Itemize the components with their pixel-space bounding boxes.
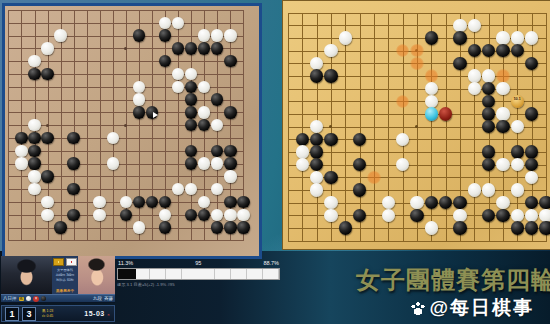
team-flags <box>53 258 77 266</box>
black-stone <box>133 29 146 42</box>
black-stone <box>525 57 538 70</box>
white-stone <box>324 196 337 209</box>
winrate-panel: 11.3% 95 88.7% 提示 3.1 目差=5(+2) -1.9% #95 <box>117 260 280 287</box>
grid-line <box>8 228 244 229</box>
ai-heat-spot <box>425 69 438 82</box>
black-stone <box>482 145 495 158</box>
black-stone <box>525 196 538 209</box>
black-stone <box>211 42 224 55</box>
white-stone <box>172 17 185 30</box>
black-stone <box>159 55 172 68</box>
white-stone <box>310 183 323 196</box>
black-stone <box>353 209 366 222</box>
white-stone <box>159 209 172 222</box>
white-stone <box>496 158 509 171</box>
black-stone <box>310 69 323 82</box>
white-stone <box>511 120 524 133</box>
white-stone <box>310 57 323 70</box>
white-stone <box>211 119 224 132</box>
black-stone <box>198 209 211 222</box>
black-stone <box>120 209 133 222</box>
black-stone <box>296 133 309 146</box>
black-stone <box>511 44 524 57</box>
white-stone <box>224 170 237 183</box>
first-move-badge: 先 <box>19 297 25 301</box>
black-stone <box>54 221 67 234</box>
black-stone <box>353 133 366 146</box>
info-line-3: 秒読み 60秒 <box>56 278 73 283</box>
white-stone <box>525 31 538 44</box>
black-stone <box>185 119 198 132</box>
white-stone <box>425 82 438 95</box>
white-stone <box>410 196 423 209</box>
white-stone <box>496 107 509 120</box>
black-stone <box>211 221 224 234</box>
ai-heat-spot <box>410 57 423 70</box>
white-stone <box>324 44 337 57</box>
player-name-right: 斉藤 <box>104 296 113 301</box>
black-stone <box>224 55 237 68</box>
white-stone <box>468 82 481 95</box>
player-photo-right <box>78 256 115 295</box>
grid-line <box>8 151 244 152</box>
black-stone <box>185 81 198 94</box>
black-stone <box>482 209 495 222</box>
black-stone <box>425 31 438 44</box>
white-stone <box>41 196 54 209</box>
black-stone <box>525 158 538 171</box>
white-stone <box>482 69 495 82</box>
white-stone <box>28 183 41 196</box>
black-stone <box>185 106 198 119</box>
black-stone <box>525 221 538 234</box>
white-stone <box>120 196 133 209</box>
white-stone <box>339 31 352 44</box>
go-board-right-analysis: 50.1 <box>282 0 550 250</box>
white-stone <box>482 183 495 196</box>
white-stone <box>539 209 550 222</box>
watermark-text: @每日棋事 <box>429 295 534 321</box>
black-stone <box>482 44 495 57</box>
white-stone <box>211 209 224 222</box>
white-stone <box>324 209 337 222</box>
black-stone <box>146 106 159 119</box>
black-stone <box>324 69 337 82</box>
black-stone <box>339 221 352 234</box>
black-stone <box>185 157 198 170</box>
ai-badge-label: 50.1 <box>511 97 524 101</box>
player-name-bar: 八日押 先 × 九段 斉藤 <box>1 294 115 303</box>
black-stone <box>146 196 159 209</box>
white-stone <box>133 93 146 106</box>
black-stone <box>468 44 481 57</box>
last-move-triangle-marker <box>153 112 158 118</box>
timer-line-black: 黒 1:23 <box>42 309 53 314</box>
white-stone <box>237 209 250 222</box>
capture-and-time-row: 1 3 黒 1:23 白 0:45 15-03 × <box>1 305 115 322</box>
white-stone <box>107 132 120 145</box>
white-stone <box>211 157 224 170</box>
player-photo-left <box>1 256 52 295</box>
black-stone <box>237 221 250 234</box>
black-stone <box>28 68 41 81</box>
white-stone <box>93 196 106 209</box>
white-stone <box>525 209 538 222</box>
white-stone <box>211 183 224 196</box>
white-stone <box>496 196 509 209</box>
white-stone <box>133 81 146 94</box>
white-stone <box>468 69 481 82</box>
black-stone <box>496 120 509 133</box>
black-stone <box>511 145 524 158</box>
go-board-left <box>2 3 262 259</box>
black-stone <box>133 196 146 209</box>
white-stone <box>41 209 54 222</box>
star-point <box>46 124 49 127</box>
white-stone <box>28 170 41 183</box>
white-stone <box>28 119 41 132</box>
white-stone <box>511 183 524 196</box>
captures-white-count: 1 <box>5 307 19 321</box>
white-stone <box>15 145 28 158</box>
white-stone <box>198 81 211 94</box>
white-stone <box>15 157 28 170</box>
white-stone <box>382 196 395 209</box>
black-stone <box>453 57 466 70</box>
black-stone <box>482 82 495 95</box>
white-stone <box>224 29 237 42</box>
white-stone <box>172 81 185 94</box>
white-stone <box>525 171 538 184</box>
white-stone <box>107 157 120 170</box>
white-stone <box>468 183 481 196</box>
black-stone <box>539 221 550 234</box>
black-stone <box>310 158 323 171</box>
white-stone <box>453 209 466 222</box>
grid-line <box>8 189 244 190</box>
black-stone <box>511 221 524 234</box>
timer-line-white: 白 0:45 <box>42 314 53 319</box>
white-stone <box>296 145 309 158</box>
white-stone <box>296 158 309 171</box>
black-stone <box>211 145 224 158</box>
black-stone <box>482 95 495 108</box>
white-stone <box>511 209 524 222</box>
black-stone <box>224 221 237 234</box>
white-stone <box>310 120 323 133</box>
event-title: 女子團體賽第四輪 <box>356 264 550 296</box>
player-name-left: 八日押 <box>3 296 17 301</box>
time-value: 15-03 <box>84 310 104 317</box>
black-stone <box>237 196 250 209</box>
black-stone <box>28 157 41 170</box>
white-stone <box>382 209 395 222</box>
black-stone <box>41 68 54 81</box>
black-stone <box>525 145 538 158</box>
white-stone <box>310 171 323 184</box>
captures-black-count: 3 <box>22 307 36 321</box>
black-stone <box>453 31 466 44</box>
black-stone <box>198 42 211 55</box>
flag-icon-left <box>53 258 64 266</box>
white-stone <box>224 209 237 222</box>
grid-line <box>288 228 547 229</box>
black-stone <box>133 106 146 119</box>
white-stone <box>198 157 211 170</box>
white-stone <box>511 158 524 171</box>
black-stone <box>453 221 466 234</box>
flag-icon-right <box>66 258 77 266</box>
paw-icon <box>410 300 426 316</box>
white-stone-icon <box>26 296 31 301</box>
star-point <box>124 47 127 50</box>
white-stone <box>185 68 198 81</box>
black-stone <box>67 132 80 145</box>
black-stone <box>67 157 80 170</box>
black-stone <box>224 196 237 209</box>
white-stone <box>159 17 172 30</box>
grid-line <box>288 152 547 153</box>
black-stone <box>159 196 172 209</box>
black-stone-icon <box>41 296 46 301</box>
black-stone <box>224 106 237 119</box>
move-number: 95 <box>195 260 201 266</box>
black-stone <box>353 183 366 196</box>
white-stone <box>172 68 185 81</box>
ai-heat-spot <box>410 44 423 57</box>
white-stone <box>54 29 67 42</box>
black-stone <box>185 93 198 106</box>
winrate-bar <box>117 268 280 280</box>
black-stone <box>496 44 509 57</box>
game-info-panel: 女子団体戦 持時間 3時間 秒読み 60秒 黒番思考中 <box>52 256 78 295</box>
clock-icon: × <box>33 296 39 302</box>
black-stone <box>28 132 41 145</box>
black-stone <box>159 29 172 42</box>
black-winrate: 11.3% <box>118 260 133 266</box>
white-stone <box>172 183 185 196</box>
main-time-display: 15-03 × <box>84 310 110 317</box>
white-stone <box>198 106 211 119</box>
black-stone <box>198 119 211 132</box>
black-stone <box>15 132 28 145</box>
black-stone <box>482 158 495 171</box>
white-stone <box>496 82 509 95</box>
white-stone <box>41 42 54 55</box>
black-stone <box>425 196 438 209</box>
white-stone <box>198 29 211 42</box>
white-stone <box>496 31 509 44</box>
black-stone <box>41 170 54 183</box>
black-stone <box>224 157 237 170</box>
black-stone <box>28 145 41 158</box>
black-stone <box>41 132 54 145</box>
white-stone <box>396 133 409 146</box>
winrate-bar-black-fill <box>118 269 136 279</box>
white-winrate: 88.7% <box>263 260 279 266</box>
turn-status-text: 黒番思考中 <box>56 289 74 293</box>
ai-heat-spot <box>396 95 409 108</box>
star-point <box>124 124 127 127</box>
black-stone <box>67 209 80 222</box>
time-flag-icon: × <box>107 312 110 317</box>
watermark: @每日棋事 <box>410 295 534 321</box>
analysis-caption: 提示 3.1 目差=5(+2) -1.9% #95 <box>117 282 280 287</box>
black-stone <box>310 145 323 158</box>
winrate-labels: 11.3% 95 88.7% <box>117 260 280 266</box>
white-stone <box>396 158 409 171</box>
black-stone <box>185 42 198 55</box>
timer-block: 黒 1:23 白 0:45 <box>42 309 53 319</box>
red-highlight-stone <box>439 107 452 120</box>
white-stone <box>468 19 481 32</box>
black-stone <box>324 171 337 184</box>
black-stone <box>211 93 224 106</box>
white-stone <box>185 183 198 196</box>
white-stone <box>425 95 438 108</box>
gold-ai-badge-stone: 50.1 <box>511 95 524 108</box>
ai-heat-spot <box>367 171 380 184</box>
black-stone <box>67 183 80 196</box>
cyan-highlight-stone <box>425 107 438 120</box>
black-stone <box>410 209 423 222</box>
grid-line <box>288 241 547 242</box>
broadcast-frame: 50.1 女子団体戦 持時間 3時間 秒読み 60秒 黒番思考中 八日押 先 ×… <box>0 0 550 324</box>
black-stone <box>185 209 198 222</box>
black-stone <box>539 196 550 209</box>
white-stone <box>453 19 466 32</box>
white-stone <box>425 221 438 234</box>
ai-heat-spot <box>496 69 509 82</box>
player-rank-right: 九段 <box>93 296 102 301</box>
grid-line <box>8 240 244 241</box>
black-stone <box>159 221 172 234</box>
black-stone <box>453 196 466 209</box>
black-stone <box>185 145 198 158</box>
ai-heat-spot <box>396 44 409 57</box>
white-stone <box>133 221 146 234</box>
black-stone <box>324 133 337 146</box>
white-stone <box>28 55 41 68</box>
black-stone <box>482 120 495 133</box>
black-stone <box>172 42 185 55</box>
black-stone <box>496 209 509 222</box>
black-stone <box>224 145 237 158</box>
grid-line <box>288 190 547 191</box>
white-stone <box>211 29 224 42</box>
black-stone <box>525 107 538 120</box>
black-stone <box>310 133 323 146</box>
white-stone <box>93 209 106 222</box>
white-stone <box>198 196 211 209</box>
black-stone <box>482 107 495 120</box>
black-stone <box>353 158 366 171</box>
white-stone <box>511 31 524 44</box>
black-stone <box>439 196 452 209</box>
